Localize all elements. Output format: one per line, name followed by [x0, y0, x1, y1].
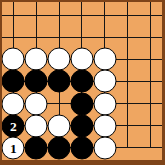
- intersection[interactable]: [71, 26, 94, 48]
- intersection[interactable]: 2: [2, 115, 25, 137]
- black-stone[interactable]: [70, 92, 93, 115]
- intersection[interactable]: [139, 48, 162, 70]
- intersection[interactable]: 1: [2, 137, 25, 159]
- black-stone[interactable]: [25, 70, 48, 93]
- intersection[interactable]: [139, 137, 162, 159]
- intersection[interactable]: [139, 4, 162, 26]
- intersection[interactable]: [71, 70, 94, 92]
- black-stone[interactable]: [70, 114, 93, 137]
- white-stone[interactable]: [25, 92, 48, 115]
- black-stone[interactable]: [2, 70, 25, 93]
- intersection[interactable]: [116, 115, 139, 137]
- intersection[interactable]: [93, 26, 116, 48]
- intersection[interactable]: [2, 4, 25, 26]
- intersection[interactable]: [71, 48, 94, 70]
- intersection[interactable]: [48, 93, 71, 115]
- white-stone[interactable]: [25, 114, 48, 137]
- white-stone[interactable]: [2, 92, 25, 115]
- black-stone[interactable]: [48, 70, 71, 93]
- intersection[interactable]: [71, 137, 94, 159]
- intersection[interactable]: [2, 70, 25, 92]
- move-number: 2: [10, 119, 17, 133]
- intersection[interactable]: [116, 93, 139, 115]
- intersection[interactable]: [25, 48, 48, 70]
- intersection[interactable]: [139, 115, 162, 137]
- board-grid: 21: [2, 4, 162, 159]
- white-stone[interactable]: [93, 92, 116, 115]
- intersection[interactable]: [48, 48, 71, 70]
- black-stone[interactable]: [70, 70, 93, 93]
- black-stone[interactable]: [25, 136, 48, 159]
- intersection[interactable]: [139, 26, 162, 48]
- intersection[interactable]: [2, 48, 25, 70]
- intersection[interactable]: [93, 137, 116, 159]
- white-stone[interactable]: [25, 48, 48, 71]
- intersection[interactable]: [71, 4, 94, 26]
- white-stone[interactable]: [48, 114, 71, 137]
- intersection[interactable]: [2, 93, 25, 115]
- intersection[interactable]: [48, 137, 71, 159]
- intersection[interactable]: [93, 4, 116, 26]
- intersection[interactable]: [25, 93, 48, 115]
- intersection[interactable]: [48, 26, 71, 48]
- intersection[interactable]: [71, 115, 94, 137]
- intersection[interactable]: [48, 70, 71, 92]
- intersection[interactable]: [25, 137, 48, 159]
- black-stone[interactable]: [70, 136, 93, 159]
- move-number: 1: [10, 141, 17, 155]
- intersection[interactable]: [116, 26, 139, 48]
- intersection[interactable]: [116, 137, 139, 159]
- intersection[interactable]: [93, 115, 116, 137]
- intersection[interactable]: [25, 70, 48, 92]
- intersection[interactable]: [139, 93, 162, 115]
- go-diagram: 21: [0, 0, 165, 165]
- black-stone[interactable]: 2: [2, 114, 25, 137]
- intersection[interactable]: [2, 26, 25, 48]
- intersection[interactable]: [25, 4, 48, 26]
- white-stone[interactable]: [93, 114, 116, 137]
- intersection[interactable]: [48, 4, 71, 26]
- white-stone[interactable]: [2, 48, 25, 71]
- intersection[interactable]: [25, 26, 48, 48]
- intersection[interactable]: [116, 48, 139, 70]
- intersection[interactable]: [25, 115, 48, 137]
- white-stone[interactable]: [93, 136, 116, 159]
- intersection[interactable]: [93, 48, 116, 70]
- white-stone[interactable]: 1: [2, 136, 25, 159]
- intersection[interactable]: [93, 93, 116, 115]
- black-stone[interactable]: [48, 136, 71, 159]
- white-stone[interactable]: [48, 48, 71, 71]
- intersection[interactable]: [93, 70, 116, 92]
- intersection[interactable]: [71, 93, 94, 115]
- intersection[interactable]: [116, 70, 139, 92]
- white-stone[interactable]: [93, 70, 116, 93]
- white-stone[interactable]: [93, 48, 116, 71]
- intersection[interactable]: [139, 70, 162, 92]
- intersection[interactable]: [116, 4, 139, 26]
- intersection[interactable]: [48, 115, 71, 137]
- white-stone[interactable]: [70, 48, 93, 71]
